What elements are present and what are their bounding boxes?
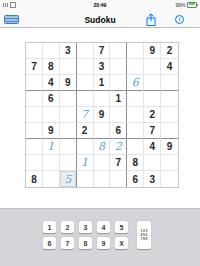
cell-r8c1[interactable]: [26, 155, 43, 171]
cell-r6c6[interactable]: 6: [110, 123, 127, 139]
cell-r9c2[interactable]: [43, 171, 60, 187]
digit-key-4[interactable]: 4: [97, 221, 110, 233]
cell-r3c7[interactable]: 6: [127, 75, 144, 91]
cell-r9c9[interactable]: [161, 171, 178, 187]
user-digit: 1: [81, 156, 88, 169]
keypad-rows: 123456789X: [43, 221, 128, 249]
given-digit: 7: [31, 61, 37, 72]
cell-r5c5[interactable]: 9: [94, 107, 111, 123]
cell-r8c8[interactable]: [144, 155, 161, 171]
pencil-mark: ': [140, 92, 141, 96]
cell-r6c4[interactable]: 2: [77, 123, 94, 139]
cell-r8c4[interactable]: 1: [77, 155, 94, 171]
given-digit: 6: [48, 93, 54, 104]
cell-r9c3[interactable]: 5: [60, 171, 77, 187]
cell-r9c1[interactable]: 8: [26, 171, 43, 187]
cell-r3c3[interactable]: 9: [60, 75, 77, 91]
cell-r8c2[interactable]: [43, 155, 60, 171]
erase-key[interactable]: X: [115, 237, 128, 249]
cell-r6c5[interactable]: [94, 123, 111, 139]
cell-r9c4[interactable]: [77, 171, 94, 187]
keypad-row: 12345: [43, 221, 128, 233]
given-digit: 8: [31, 174, 37, 185]
cell-r5c8[interactable]: 2: [144, 107, 161, 123]
given-digit: 3: [149, 174, 155, 185]
digit-key-6[interactable]: 6: [43, 237, 56, 249]
user-digit: 2: [115, 140, 122, 153]
cell-r5c6[interactable]: [110, 107, 127, 123]
given-digit: 9: [99, 109, 105, 120]
cell-r7c9[interactable]: 9: [161, 139, 178, 155]
cell-r9c5[interactable]: [94, 171, 111, 187]
cell-r4c9[interactable]: [161, 91, 178, 107]
given-digit: 2: [149, 109, 155, 120]
navigation-bar: Sudoku i: [0, 10, 200, 28]
cell-r3c4[interactable]: [77, 75, 94, 91]
digit-key-2[interactable]: 2: [61, 221, 74, 233]
cell-r5c2[interactable]: [43, 107, 60, 123]
cell-r7c4[interactable]: [77, 139, 94, 155]
given-digit: 9: [167, 141, 173, 152]
cell-r2c1[interactable]: 7: [26, 59, 43, 75]
given-digit: 8: [132, 157, 138, 168]
number-keypad: 123456789X 123456789: [43, 221, 151, 249]
cell-r9c8[interactable]: 3: [144, 171, 161, 187]
cell-r4c2[interactable]: 6: [43, 91, 60, 107]
cell-r8c3[interactable]: [60, 155, 77, 171]
share-button[interactable]: [145, 13, 157, 27]
cell-r5c3[interactable]: [60, 107, 77, 123]
cell-r3c1[interactable]: [26, 75, 43, 91]
given-digit: 8: [48, 61, 54, 72]
cell-r7c6[interactable]: 2: [110, 139, 127, 155]
cell-r2c2[interactable]: 8: [43, 59, 60, 75]
keypad-row: 6789X: [43, 237, 128, 249]
cell-r7c3[interactable]: [60, 139, 77, 155]
cell-r6c3[interactable]: [60, 123, 77, 139]
cell-r4c7[interactable]: '': [127, 91, 144, 107]
pencil-marks-toggle-button[interactable]: 123456789: [137, 221, 151, 249]
info-button[interactable]: i: [175, 15, 184, 24]
digit-key-9[interactable]: 9: [97, 237, 110, 249]
cell-r1c4[interactable]: [77, 43, 94, 59]
cell-r2c6[interactable]: [110, 59, 127, 75]
cell-r8c7[interactable]: 8: [127, 155, 144, 171]
cell-r3c2[interactable]: 4: [43, 75, 60, 91]
app-screen: 20:49 98% Sudoku i 37927834491661''79292…: [0, 0, 200, 266]
cell-r3c6[interactable]: [110, 75, 127, 91]
user-digit: 5: [64, 173, 71, 186]
digit-key-5[interactable]: 5: [115, 221, 128, 233]
cell-r2c9[interactable]: 4: [161, 59, 178, 75]
cell-r4c4[interactable]: [77, 91, 94, 107]
cell-r2c4[interactable]: [77, 59, 94, 75]
cell-r9c7[interactable]: 6: [127, 171, 144, 187]
cell-r4c8[interactable]: [144, 91, 161, 107]
cell-r1c3[interactable]: 3: [60, 43, 77, 59]
status-right: 98%: [175, 2, 197, 8]
cell-r8c9[interactable]: [161, 155, 178, 171]
share-icon: [145, 13, 157, 27]
given-digit: 9: [149, 45, 155, 56]
given-digit: 6: [116, 125, 122, 136]
cell-r7c1[interactable]: [26, 139, 43, 155]
cell-r7c8[interactable]: 4: [144, 139, 161, 155]
user-digit: 1: [47, 140, 54, 153]
given-digit: 7: [99, 45, 105, 56]
cell-r1c9[interactable]: 2: [161, 43, 178, 59]
cell-r2c5[interactable]: 3: [94, 59, 111, 75]
cell-r2c3[interactable]: [60, 59, 77, 75]
given-digit: 3: [99, 61, 105, 72]
battery-icon: [187, 2, 197, 8]
page-title: Sudoku: [0, 15, 200, 25]
cell-r6c2[interactable]: 9: [43, 123, 60, 139]
cell-r8c5[interactable]: [94, 155, 111, 171]
cell-r2c7[interactable]: [127, 59, 144, 75]
sudoku-board: 37927834491661''7929267182491788563: [25, 42, 179, 188]
cell-r5c7[interactable]: [127, 107, 144, 123]
given-digit: 2: [82, 125, 88, 136]
given-digit: 4: [167, 61, 173, 72]
cell-r5c1[interactable]: [26, 107, 43, 123]
pencil-mark: ': [129, 99, 130, 103]
digit-key-3[interactable]: 3: [79, 221, 92, 233]
cell-r9c6[interactable]: [110, 171, 127, 187]
cell-r1c6[interactable]: [110, 43, 127, 59]
cell-r3c9[interactable]: [161, 75, 178, 91]
cell-r7c2[interactable]: 1: [43, 139, 60, 155]
status-bar: 20:49 98%: [0, 0, 200, 10]
given-digit: 9: [48, 125, 54, 136]
given-digit: 7: [116, 157, 122, 168]
cell-r7c7[interactable]: [127, 139, 144, 155]
cell-r4c3[interactable]: [60, 91, 77, 107]
digit-key-7[interactable]: 7: [61, 237, 74, 249]
cell-r3c8[interactable]: [144, 75, 161, 91]
cell-r6c1[interactable]: [26, 123, 43, 139]
given-digit: 1: [116, 93, 122, 104]
given-digit: 6: [132, 174, 138, 185]
cell-r1c1[interactable]: [26, 43, 43, 59]
cell-r6c8[interactable]: 7: [144, 123, 161, 139]
digit-key-1[interactable]: 1: [43, 221, 56, 233]
cell-r2c8[interactable]: [144, 59, 161, 75]
cell-r1c8[interactable]: 9: [144, 43, 161, 59]
battery-percent: 98%: [175, 2, 185, 8]
cell-r5c4[interactable]: 7: [77, 107, 94, 123]
user-digit: 7: [81, 108, 88, 121]
keypad-panel: 123456789X 123456789: [0, 208, 200, 266]
given-digit: 1: [99, 77, 105, 88]
user-digit: 8: [98, 140, 105, 153]
cell-r8c6[interactable]: 7: [110, 155, 127, 171]
cell-r6c9[interactable]: [161, 123, 178, 139]
digit-key-8[interactable]: 8: [79, 237, 92, 249]
cell-r1c5[interactable]: 7: [94, 43, 111, 59]
given-digit: 9: [65, 77, 71, 88]
cell-r6c7[interactable]: [127, 123, 144, 139]
cell-r1c2[interactable]: [43, 43, 60, 59]
given-digit: 4: [48, 77, 54, 88]
cell-r4c6[interactable]: 1: [110, 91, 127, 107]
cell-r4c1[interactable]: [26, 91, 43, 107]
cell-r5c9[interactable]: [161, 107, 178, 123]
cell-r3c5[interactable]: 1: [94, 75, 111, 91]
given-digit: 7: [149, 125, 155, 136]
given-digit: 4: [149, 141, 155, 152]
cell-r7c5[interactable]: 8: [94, 139, 111, 155]
user-digit: 6: [132, 76, 139, 89]
given-digit: 2: [167, 45, 173, 56]
status-time: 20:49: [0, 2, 200, 8]
cell-r4c5[interactable]: [94, 91, 111, 107]
pencil-digits-row: 789: [140, 237, 148, 241]
given-digit: 3: [65, 45, 71, 56]
cell-r1c7[interactable]: [127, 43, 144, 59]
